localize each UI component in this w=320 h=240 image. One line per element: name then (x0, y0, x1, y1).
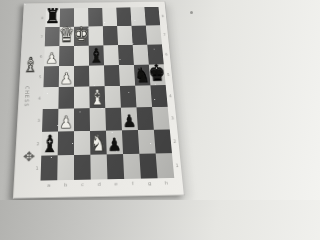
square-g3[interactable] (137, 107, 154, 130)
square-f8[interactable] (116, 7, 131, 26)
square-f7[interactable] (117, 26, 133, 45)
black-king-h5[interactable]: ♚ (148, 63, 167, 86)
file-labels: abcdefgh (40, 180, 175, 188)
chess-board[interactable]: ♜♛♚♟♝♟♞♚♝♟♟♝♞♟ (41, 7, 175, 181)
rank-label-left-4: 4 (36, 87, 42, 109)
square-f2[interactable] (122, 130, 139, 154)
square-b2[interactable] (58, 131, 74, 155)
square-g4[interactable] (135, 85, 152, 107)
dust-specks (25, 4, 26, 5)
square-b1[interactable] (57, 155, 74, 180)
file-label-g: g (141, 180, 158, 186)
white-bishop-d4[interactable]: ♝ (89, 87, 105, 109)
square-e7[interactable] (103, 26, 118, 45)
square-e2[interactable]: ♟ (106, 130, 123, 154)
background-speck (190, 11, 193, 14)
square-a1[interactable] (41, 155, 58, 180)
square-d8[interactable] (88, 8, 103, 27)
square-h2[interactable] (154, 129, 172, 153)
rank-label-right-1: 1 (173, 153, 181, 178)
black-bishop-d6[interactable]: ♝ (89, 46, 104, 66)
square-a6[interactable]: ♟ (44, 46, 59, 66)
square-b6[interactable] (59, 46, 74, 66)
square-a3[interactable] (42, 109, 58, 132)
square-f3[interactable]: ♟ (121, 107, 138, 130)
rank-label-right-2: 2 (171, 129, 179, 153)
square-d5[interactable] (89, 65, 105, 86)
square-c7[interactable]: ♚ (74, 26, 89, 45)
rank-label-left-7: 7 (39, 27, 45, 46)
square-h1[interactable] (156, 153, 175, 178)
square-e8[interactable] (102, 8, 117, 27)
black-pawn-e2[interactable]: ♟ (107, 136, 121, 154)
square-h8[interactable] (144, 7, 160, 26)
square-d3[interactable] (90, 108, 106, 131)
square-g1[interactable] (139, 153, 157, 178)
file-label-e: e (108, 181, 125, 187)
file-label-h: h (158, 180, 175, 186)
square-c6[interactable] (74, 46, 89, 66)
square-g7[interactable] (131, 26, 147, 45)
square-e4[interactable] (105, 86, 121, 108)
white-king-c7[interactable]: ♚ (73, 25, 89, 46)
white-pawn-a6[interactable]: ♟ (45, 51, 58, 66)
square-g2[interactable] (138, 130, 156, 154)
rank-label-right-3: 3 (169, 107, 177, 130)
square-a4[interactable] (43, 87, 59, 109)
square-c4[interactable] (74, 86, 90, 108)
photo-scene: ♜♛♚♟♝♟♞♚♝♟♟♝♞♟ ♗ CHESS ✥ abcdefgh 876543… (0, 0, 200, 200)
white-pawn-b5[interactable]: ♟ (60, 71, 73, 87)
white-knight-d2[interactable]: ♞ (90, 131, 107, 155)
square-f5[interactable] (119, 65, 135, 86)
file-label-b: b (57, 182, 74, 188)
square-b5[interactable]: ♟ (59, 66, 74, 87)
square-c5[interactable] (74, 66, 89, 87)
rank-label-left-6: 6 (38, 46, 44, 66)
file-label-a: a (40, 182, 57, 188)
file-label-f: f (124, 180, 141, 186)
brand-text: CHESS (24, 86, 31, 108)
square-g8[interactable] (130, 7, 145, 26)
square-a2[interactable]: ♝ (41, 132, 58, 156)
square-h4[interactable] (150, 85, 167, 107)
rank-label-left-1: 1 (34, 156, 41, 181)
square-d2[interactable]: ♞ (90, 131, 107, 155)
square-e6[interactable] (103, 45, 119, 65)
file-label-d: d (91, 181, 108, 187)
rank-label-left-5: 5 (37, 66, 43, 87)
black-bishop-a2[interactable]: ♝ (41, 132, 58, 156)
square-c1[interactable] (74, 155, 91, 180)
captured-white-bishop[interactable]: ♗ (22, 55, 38, 75)
chess-mat: ♜♛♚♟♝♟♞♚♝♟♟♝♞♟ ♗ CHESS ✥ abcdefgh 876543… (13, 1, 185, 199)
square-b7[interactable]: ♛ (59, 27, 74, 46)
rank-label-left-2: 2 (35, 132, 42, 156)
rank-label-right-4: 4 (167, 85, 175, 107)
square-f4[interactable] (120, 86, 137, 108)
rank-label-right-8: 8 (159, 7, 166, 25)
rank-label-left-3: 3 (35, 109, 41, 132)
square-h5[interactable]: ♚ (149, 64, 166, 85)
square-a5[interactable] (43, 66, 59, 87)
square-h7[interactable] (146, 25, 162, 44)
square-f1[interactable] (123, 154, 141, 179)
square-h3[interactable] (152, 107, 170, 130)
square-b3[interactable]: ♟ (58, 108, 74, 131)
rank-label-right-7: 7 (161, 25, 168, 44)
square-f6[interactable] (118, 45, 134, 65)
square-d4[interactable]: ♝ (89, 86, 105, 108)
square-a7[interactable] (45, 27, 60, 46)
square-d6[interactable]: ♝ (89, 45, 104, 65)
square-c2[interactable] (74, 131, 90, 155)
square-e3[interactable] (105, 108, 122, 131)
square-e1[interactable] (107, 154, 124, 179)
file-label-c: c (74, 181, 91, 187)
square-c3[interactable] (74, 108, 90, 131)
square-g6[interactable] (133, 45, 149, 65)
white-pawn-b3[interactable]: ♟ (59, 114, 73, 131)
square-e5[interactable] (104, 65, 120, 86)
square-a8[interactable]: ♜ (45, 9, 60, 28)
black-pawn-f3[interactable]: ♟ (122, 113, 136, 130)
square-d1[interactable] (90, 154, 107, 179)
square-b4[interactable] (58, 87, 74, 109)
